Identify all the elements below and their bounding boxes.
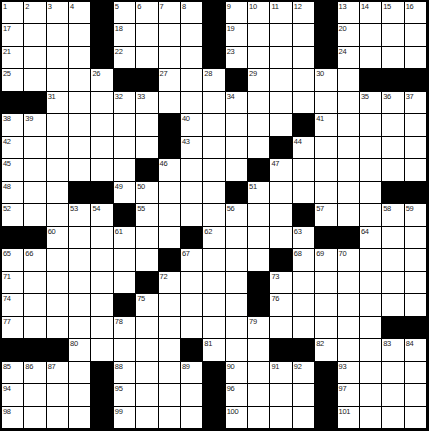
letter-cell-r11c14[interactable]: 63: [293, 227, 315, 249]
letter-cell-r7c16[interactable]: [338, 137, 360, 159]
letter-cell-r2c1[interactable]: 17: [2, 24, 24, 46]
letter-cell-r6c16[interactable]: [338, 114, 360, 136]
letter-cell-r3c19[interactable]: [405, 47, 427, 69]
letter-cell-r13c17[interactable]: [360, 272, 382, 294]
letter-cell-r3c17[interactable]: [360, 47, 382, 69]
letter-cell-r7c9[interactable]: 43: [181, 137, 203, 159]
letter-cell-r16c6[interactable]: [114, 339, 136, 361]
letter-cell-r19c12[interactable]: [248, 407, 270, 429]
letter-cell-r6c2[interactable]: 39: [24, 114, 46, 136]
letter-cell-r12c18[interactable]: [382, 249, 404, 271]
letter-cell-r13c16[interactable]: [338, 272, 360, 294]
letter-cell-r1c9[interactable]: 8: [181, 2, 203, 24]
letter-cell-r8c1[interactable]: 45: [2, 159, 24, 181]
letter-cell-r9c8[interactable]: [159, 182, 181, 204]
letter-cell-r18c9[interactable]: [181, 384, 203, 406]
letter-cell-r18c4[interactable]: [69, 384, 91, 406]
letter-cell-r6c13[interactable]: [270, 114, 292, 136]
letter-cell-r11c19[interactable]: [405, 227, 427, 249]
letter-cell-r6c6[interactable]: [114, 114, 136, 136]
letter-cell-r15c8[interactable]: [159, 317, 181, 339]
letter-cell-r16c19[interactable]: 84: [405, 339, 427, 361]
letter-cell-r9c2[interactable]: [24, 182, 46, 204]
letter-cell-r10c15[interactable]: 57: [315, 204, 337, 226]
letter-cell-r11c10[interactable]: 62: [203, 227, 225, 249]
letter-cell-r19c14[interactable]: [293, 407, 315, 429]
letter-cell-r15c1[interactable]: 77: [2, 317, 24, 339]
letter-cell-r9c15[interactable]: [315, 182, 337, 204]
letter-cell-r4c14[interactable]: [293, 69, 315, 91]
letter-cell-r19c6[interactable]: 99: [114, 407, 136, 429]
letter-cell-r1c18[interactable]: 15: [382, 2, 404, 24]
letter-cell-r11c11[interactable]: [226, 227, 248, 249]
letter-cell-r18c19[interactable]: [405, 384, 427, 406]
letter-cell-r2c7[interactable]: [136, 24, 158, 46]
letter-cell-r16c15[interactable]: 82: [315, 339, 337, 361]
letter-cell-r14c10[interactable]: [203, 294, 225, 316]
letter-cell-r17c11[interactable]: 90: [226, 362, 248, 384]
letter-cell-r11c18[interactable]: [382, 227, 404, 249]
letter-cell-r1c3[interactable]: 3: [47, 2, 69, 24]
letter-cell-r6c11[interactable]: [226, 114, 248, 136]
letter-cell-r5c17[interactable]: 35: [360, 92, 382, 114]
letter-cell-r2c13[interactable]: [270, 24, 292, 46]
letter-cell-r5c9[interactable]: [181, 92, 203, 114]
letter-cell-r8c15[interactable]: [315, 159, 337, 181]
letter-cell-r19c19[interactable]: [405, 407, 427, 429]
letter-cell-r15c13[interactable]: [270, 317, 292, 339]
letter-cell-r2c14[interactable]: [293, 24, 315, 46]
letter-cell-r16c8[interactable]: [159, 339, 181, 361]
letter-cell-r5c15[interactable]: [315, 92, 337, 114]
letter-cell-r17c13[interactable]: 91: [270, 362, 292, 384]
letter-cell-r18c11[interactable]: 96: [226, 384, 248, 406]
letter-cell-r5c14[interactable]: [293, 92, 315, 114]
letter-cell-r2c16[interactable]: 20: [338, 24, 360, 46]
letter-cell-r14c11[interactable]: [226, 294, 248, 316]
letter-cell-r19c7[interactable]: [136, 407, 158, 429]
letter-cell-r15c17[interactable]: [360, 317, 382, 339]
letter-cell-r13c11[interactable]: [226, 272, 248, 294]
letter-cell-r11c8[interactable]: [159, 227, 181, 249]
letter-cell-r18c8[interactable]: [159, 384, 181, 406]
letter-cell-r3c1[interactable]: 21: [2, 47, 24, 69]
letter-cell-r14c14[interactable]: [293, 294, 315, 316]
letter-cell-r15c6[interactable]: 78: [114, 317, 136, 339]
letter-cell-r4c12[interactable]: 29: [248, 69, 270, 91]
letter-cell-r16c17[interactable]: [360, 339, 382, 361]
letter-cell-r7c5[interactable]: [91, 137, 113, 159]
letter-cell-r1c4[interactable]: 4: [69, 2, 91, 24]
letter-cell-r15c7[interactable]: [136, 317, 158, 339]
letter-cell-r3c11[interactable]: 23: [226, 47, 248, 69]
letter-cell-r4c5[interactable]: 26: [91, 69, 113, 91]
letter-cell-r9c16[interactable]: [338, 182, 360, 204]
letter-cell-r10c12[interactable]: [248, 204, 270, 226]
letter-cell-r15c4[interactable]: [69, 317, 91, 339]
letter-cell-r13c2[interactable]: [24, 272, 46, 294]
letter-cell-r3c14[interactable]: [293, 47, 315, 69]
letter-cell-r14c1[interactable]: 74: [2, 294, 24, 316]
letter-cell-r11c4[interactable]: [69, 227, 91, 249]
letter-cell-r13c8[interactable]: 72: [159, 272, 181, 294]
letter-cell-r8c11[interactable]: [226, 159, 248, 181]
letter-cell-r14c8[interactable]: [159, 294, 181, 316]
letter-cell-r3c4[interactable]: [69, 47, 91, 69]
letter-cell-r19c11[interactable]: 100: [226, 407, 248, 429]
letter-cell-r5c12[interactable]: [248, 92, 270, 114]
letter-cell-r7c2[interactable]: [24, 137, 46, 159]
letter-cell-r12c7[interactable]: [136, 249, 158, 271]
letter-cell-r6c15[interactable]: 41: [315, 114, 337, 136]
letter-cell-r6c17[interactable]: [360, 114, 382, 136]
letter-cell-r17c14[interactable]: 92: [293, 362, 315, 384]
letter-cell-r5c3[interactable]: 31: [47, 92, 69, 114]
letter-cell-r12c16[interactable]: 70: [338, 249, 360, 271]
letter-cell-r6c12[interactable]: [248, 114, 270, 136]
letter-cell-r19c3[interactable]: [47, 407, 69, 429]
letter-cell-r14c5[interactable]: [91, 294, 113, 316]
letter-cell-r10c7[interactable]: 55: [136, 204, 158, 226]
letter-cell-r10c2[interactable]: [24, 204, 46, 226]
letter-cell-r14c18[interactable]: [382, 294, 404, 316]
letter-cell-r6c1[interactable]: 38: [2, 114, 24, 136]
letter-cell-r4c13[interactable]: [270, 69, 292, 91]
letter-cell-r1c12[interactable]: 10: [248, 2, 270, 24]
letter-cell-r12c11[interactable]: [226, 249, 248, 271]
letter-cell-r14c17[interactable]: [360, 294, 382, 316]
letter-cell-r2c17[interactable]: [360, 24, 382, 46]
letter-cell-r6c5[interactable]: [91, 114, 113, 136]
letter-cell-r17c1[interactable]: 85: [2, 362, 24, 384]
letter-cell-r15c10[interactable]: [203, 317, 225, 339]
letter-cell-r7c7[interactable]: [136, 137, 158, 159]
letter-cell-r16c5[interactable]: [91, 339, 113, 361]
letter-cell-r12c12[interactable]: [248, 249, 270, 271]
letter-cell-r4c4[interactable]: [69, 69, 91, 91]
letter-cell-r6c18[interactable]: [382, 114, 404, 136]
letter-cell-r13c1[interactable]: 71: [2, 272, 24, 294]
letter-cell-r18c12[interactable]: [248, 384, 270, 406]
letter-cell-r13c3[interactable]: [47, 272, 69, 294]
letter-cell-r17c8[interactable]: [159, 362, 181, 384]
letter-cell-r8c14[interactable]: [293, 159, 315, 181]
letter-cell-r13c5[interactable]: [91, 272, 113, 294]
letter-cell-r2c12[interactable]: [248, 24, 270, 46]
letter-cell-r8c8[interactable]: 46: [159, 159, 181, 181]
letter-cell-r11c5[interactable]: [91, 227, 113, 249]
letter-cell-r5c18[interactable]: 36: [382, 92, 404, 114]
letter-cell-r17c17[interactable]: [360, 362, 382, 384]
letter-cell-r7c17[interactable]: [360, 137, 382, 159]
letter-cell-r18c17[interactable]: [360, 384, 382, 406]
letter-cell-r1c17[interactable]: 14: [360, 2, 382, 24]
letter-cell-r19c18[interactable]: [382, 407, 404, 429]
letter-cell-r18c16[interactable]: 97: [338, 384, 360, 406]
letter-cell-r8c19[interactable]: [405, 159, 427, 181]
letter-cell-r6c3[interactable]: [47, 114, 69, 136]
letter-cell-r5c13[interactable]: [270, 92, 292, 114]
letter-cell-r13c4[interactable]: [69, 272, 91, 294]
letter-cell-r16c12[interactable]: [248, 339, 270, 361]
letter-cell-r12c15[interactable]: 69: [315, 249, 337, 271]
letter-cell-r3c8[interactable]: [159, 47, 181, 69]
letter-cell-r15c12[interactable]: 79: [248, 317, 270, 339]
letter-cell-r10c5[interactable]: 54: [91, 204, 113, 226]
letter-cell-r13c14[interactable]: [293, 272, 315, 294]
letter-cell-r10c4[interactable]: 53: [69, 204, 91, 226]
letter-cell-r12c3[interactable]: [47, 249, 69, 271]
letter-cell-r6c4[interactable]: [69, 114, 91, 136]
letter-cell-r1c11[interactable]: 9: [226, 2, 248, 24]
letter-cell-r9c9[interactable]: [181, 182, 203, 204]
letter-cell-r9c14[interactable]: [293, 182, 315, 204]
letter-cell-r16c11[interactable]: [226, 339, 248, 361]
letter-cell-r5c6[interactable]: 32: [114, 92, 136, 114]
letter-cell-r15c3[interactable]: [47, 317, 69, 339]
letter-cell-r19c1[interactable]: 98: [2, 407, 24, 429]
letter-cell-r3c9[interactable]: [181, 47, 203, 69]
letter-cell-r12c14[interactable]: 68: [293, 249, 315, 271]
letter-cell-r14c9[interactable]: [181, 294, 203, 316]
letter-cell-r18c6[interactable]: 95: [114, 384, 136, 406]
letter-cell-r4c8[interactable]: 27: [159, 69, 181, 91]
letter-cell-r2c11[interactable]: 19: [226, 24, 248, 46]
letter-cell-r5c10[interactable]: [203, 92, 225, 114]
letter-cell-r15c14[interactable]: [293, 317, 315, 339]
letter-cell-r14c19[interactable]: [405, 294, 427, 316]
letter-cell-r13c13[interactable]: 73: [270, 272, 292, 294]
letter-cell-r14c13[interactable]: 76: [270, 294, 292, 316]
letter-cell-r3c16[interactable]: 24: [338, 47, 360, 69]
letter-cell-r18c3[interactable]: [47, 384, 69, 406]
letter-cell-r9c13[interactable]: [270, 182, 292, 204]
letter-cell-r8c3[interactable]: [47, 159, 69, 181]
letter-cell-r8c6[interactable]: [114, 159, 136, 181]
letter-cell-r3c7[interactable]: [136, 47, 158, 69]
letter-cell-r15c5[interactable]: [91, 317, 113, 339]
letter-cell-r8c16[interactable]: [338, 159, 360, 181]
letter-cell-r13c18[interactable]: [382, 272, 404, 294]
letter-cell-r13c6[interactable]: [114, 272, 136, 294]
letter-cell-r19c9[interactable]: [181, 407, 203, 429]
letter-cell-r6c10[interactable]: [203, 114, 225, 136]
letter-cell-r3c2[interactable]: [24, 47, 46, 69]
letter-cell-r13c9[interactable]: [181, 272, 203, 294]
letter-cell-r9c12[interactable]: 51: [248, 182, 270, 204]
letter-cell-r7c10[interactable]: [203, 137, 225, 159]
letter-cell-r8c9[interactable]: [181, 159, 203, 181]
letter-cell-r4c9[interactable]: [181, 69, 203, 91]
letter-cell-r8c4[interactable]: [69, 159, 91, 181]
letter-cell-r2c2[interactable]: [24, 24, 46, 46]
letter-cell-r6c7[interactable]: [136, 114, 158, 136]
letter-cell-r11c13[interactable]: [270, 227, 292, 249]
letter-cell-r16c16[interactable]: [338, 339, 360, 361]
letter-cell-r17c16[interactable]: 93: [338, 362, 360, 384]
letter-cell-r17c4[interactable]: [69, 362, 91, 384]
letter-cell-r16c7[interactable]: [136, 339, 158, 361]
letter-cell-r11c3[interactable]: 60: [47, 227, 69, 249]
letter-cell-r15c16[interactable]: [338, 317, 360, 339]
letter-cell-r9c7[interactable]: 50: [136, 182, 158, 204]
letter-cell-r1c8[interactable]: 7: [159, 2, 181, 24]
letter-cell-r10c17[interactable]: [360, 204, 382, 226]
letter-cell-r12c10[interactable]: [203, 249, 225, 271]
letter-cell-r10c10[interactable]: [203, 204, 225, 226]
letter-cell-r1c6[interactable]: 5: [114, 2, 136, 24]
letter-cell-r14c2[interactable]: [24, 294, 46, 316]
letter-cell-r7c11[interactable]: [226, 137, 248, 159]
letter-cell-r1c16[interactable]: 13: [338, 2, 360, 24]
letter-cell-r12c17[interactable]: [360, 249, 382, 271]
letter-cell-r8c10[interactable]: [203, 159, 225, 181]
letter-cell-r15c11[interactable]: [226, 317, 248, 339]
letter-cell-r1c7[interactable]: 6: [136, 2, 158, 24]
letter-cell-r5c16[interactable]: [338, 92, 360, 114]
letter-cell-r9c10[interactable]: [203, 182, 225, 204]
letter-cell-r10c16[interactable]: [338, 204, 360, 226]
letter-cell-r19c17[interactable]: [360, 407, 382, 429]
letter-cell-r8c5[interactable]: [91, 159, 113, 181]
letter-cell-r2c4[interactable]: [69, 24, 91, 46]
letter-cell-r4c15[interactable]: 30: [315, 69, 337, 91]
letter-cell-r2c19[interactable]: [405, 24, 427, 46]
letter-cell-r3c12[interactable]: [248, 47, 270, 69]
letter-cell-r12c9[interactable]: 67: [181, 249, 203, 271]
letter-cell-r5c5[interactable]: [91, 92, 113, 114]
letter-cell-r3c13[interactable]: [270, 47, 292, 69]
letter-cell-r1c14[interactable]: 12: [293, 2, 315, 24]
letter-cell-r17c19[interactable]: [405, 362, 427, 384]
letter-cell-r7c12[interactable]: [248, 137, 270, 159]
letter-cell-r7c19[interactable]: [405, 137, 427, 159]
letter-cell-r16c4[interactable]: 80: [69, 339, 91, 361]
letter-cell-r14c7[interactable]: 75: [136, 294, 158, 316]
letter-cell-r8c17[interactable]: [360, 159, 382, 181]
letter-cell-r6c19[interactable]: [405, 114, 427, 136]
letter-cell-r14c3[interactable]: [47, 294, 69, 316]
letter-cell-r10c1[interactable]: 52: [2, 204, 24, 226]
letter-cell-r1c19[interactable]: 16: [405, 2, 427, 24]
letter-cell-r2c18[interactable]: [382, 24, 404, 46]
letter-cell-r2c3[interactable]: [47, 24, 69, 46]
letter-cell-r18c18[interactable]: [382, 384, 404, 406]
letter-cell-r11c6[interactable]: 61: [114, 227, 136, 249]
letter-cell-r9c17[interactable]: [360, 182, 382, 204]
letter-cell-r8c2[interactable]: [24, 159, 46, 181]
letter-cell-r17c7[interactable]: [136, 362, 158, 384]
letter-cell-r18c13[interactable]: [270, 384, 292, 406]
letter-cell-r9c6[interactable]: 49: [114, 182, 136, 204]
letter-cell-r14c15[interactable]: [315, 294, 337, 316]
letter-cell-r19c8[interactable]: [159, 407, 181, 429]
letter-cell-r15c2[interactable]: [24, 317, 46, 339]
letter-cell-r19c4[interactable]: [69, 407, 91, 429]
letter-cell-r14c4[interactable]: [69, 294, 91, 316]
letter-cell-r14c16[interactable]: [338, 294, 360, 316]
letter-cell-r16c18[interactable]: 83: [382, 339, 404, 361]
letter-cell-r4c1[interactable]: 25: [2, 69, 24, 91]
letter-cell-r7c18[interactable]: [382, 137, 404, 159]
letter-cell-r1c13[interactable]: 11: [270, 2, 292, 24]
letter-cell-r7c6[interactable]: [114, 137, 136, 159]
letter-cell-r8c13[interactable]: 47: [270, 159, 292, 181]
letter-cell-r4c16[interactable]: [338, 69, 360, 91]
letter-cell-r17c9[interactable]: 89: [181, 362, 203, 384]
letter-cell-r11c17[interactable]: 64: [360, 227, 382, 249]
letter-cell-r6c9[interactable]: 40: [181, 114, 203, 136]
letter-cell-r2c6[interactable]: 18: [114, 24, 136, 46]
letter-cell-r10c11[interactable]: 56: [226, 204, 248, 226]
letter-cell-r3c18[interactable]: [382, 47, 404, 69]
letter-cell-r4c10[interactable]: 28: [203, 69, 225, 91]
letter-cell-r5c11[interactable]: 34: [226, 92, 248, 114]
letter-cell-r12c4[interactable]: [69, 249, 91, 271]
letter-cell-r19c2[interactable]: [24, 407, 46, 429]
letter-cell-r1c1[interactable]: 1: [2, 2, 24, 24]
letter-cell-r10c18[interactable]: 58: [382, 204, 404, 226]
letter-cell-r16c10[interactable]: 81: [203, 339, 225, 361]
letter-cell-r10c9[interactable]: [181, 204, 203, 226]
letter-cell-r8c18[interactable]: [382, 159, 404, 181]
letter-cell-r7c4[interactable]: [69, 137, 91, 159]
letter-cell-r7c3[interactable]: [47, 137, 69, 159]
letter-cell-r19c13[interactable]: [270, 407, 292, 429]
letter-cell-r3c6[interactable]: 22: [114, 47, 136, 69]
letter-cell-r10c8[interactable]: [159, 204, 181, 226]
letter-cell-r11c12[interactable]: [248, 227, 270, 249]
letter-cell-r13c19[interactable]: [405, 272, 427, 294]
letter-cell-r18c7[interactable]: [136, 384, 158, 406]
letter-cell-r4c3[interactable]: [47, 69, 69, 91]
letter-cell-r9c1[interactable]: 48: [2, 182, 24, 204]
letter-cell-r7c15[interactable]: [315, 137, 337, 159]
letter-cell-r18c14[interactable]: [293, 384, 315, 406]
letter-cell-r7c14[interactable]: 44: [293, 137, 315, 159]
letter-cell-r18c2[interactable]: [24, 384, 46, 406]
letter-cell-r11c7[interactable]: [136, 227, 158, 249]
letter-cell-r17c6[interactable]: 88: [114, 362, 136, 384]
letter-cell-r5c8[interactable]: [159, 92, 181, 114]
letter-cell-r12c5[interactable]: [91, 249, 113, 271]
letter-cell-r18c1[interactable]: 94: [2, 384, 24, 406]
letter-cell-r17c18[interactable]: [382, 362, 404, 384]
letter-cell-r4c2[interactable]: [24, 69, 46, 91]
letter-cell-r5c4[interactable]: [69, 92, 91, 114]
letter-cell-r9c3[interactable]: [47, 182, 69, 204]
letter-cell-r12c6[interactable]: [114, 249, 136, 271]
letter-cell-r12c1[interactable]: 65: [2, 249, 24, 271]
letter-cell-r12c19[interactable]: [405, 249, 427, 271]
letter-cell-r17c12[interactable]: [248, 362, 270, 384]
letter-cell-r3c3[interactable]: [47, 47, 69, 69]
letter-cell-r13c10[interactable]: [203, 272, 225, 294]
letter-cell-r5c7[interactable]: 33: [136, 92, 158, 114]
letter-cell-r2c9[interactable]: [181, 24, 203, 46]
letter-cell-r2c8[interactable]: [159, 24, 181, 46]
letter-cell-r12c2[interactable]: 66: [24, 249, 46, 271]
letter-cell-r1c2[interactable]: 2: [24, 2, 46, 24]
letter-cell-r17c3[interactable]: 87: [47, 362, 69, 384]
letter-cell-r19c16[interactable]: 101: [338, 407, 360, 429]
letter-cell-r15c9[interactable]: [181, 317, 203, 339]
letter-cell-r17c2[interactable]: 86: [24, 362, 46, 384]
letter-cell-r15c15[interactable]: [315, 317, 337, 339]
letter-cell-r5c19[interactable]: 37: [405, 92, 427, 114]
letter-cell-r10c13[interactable]: [270, 204, 292, 226]
letter-cell-r7c1[interactable]: 42: [2, 137, 24, 159]
